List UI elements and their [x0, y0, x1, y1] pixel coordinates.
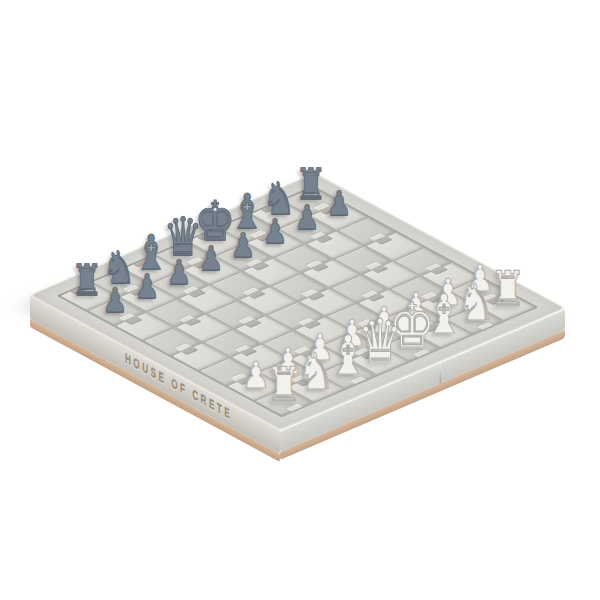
fold-seam: [440, 361, 441, 384]
piece-black-pawn-f7[interactable]: ♟: [262, 214, 288, 248]
piece-black-pawn-e7[interactable]: ♟: [230, 228, 256, 262]
piece-black-rook-a8[interactable]: ♜: [71, 260, 103, 303]
piece-black-pawn-b7[interactable]: ♟: [134, 269, 160, 303]
piece-white-rook-a1[interactable]: ♜: [265, 361, 302, 410]
piece-black-pawn-c7[interactable]: ♟: [166, 255, 192, 289]
piece-black-pawn-a7[interactable]: ♟: [102, 283, 128, 317]
product-photo: HOUSE OF CRETE ♜♞♝♛♚♝♞♜♟♟♟♟♟♟♟♟♟♟♟♟♟♟♟♟♜…: [0, 0, 600, 600]
piece-black-pawn-g7[interactable]: ♟: [295, 200, 321, 234]
piece-black-pawn-h7[interactable]: ♟: [327, 187, 353, 221]
piece-black-pawn-d7[interactable]: ♟: [198, 241, 224, 275]
